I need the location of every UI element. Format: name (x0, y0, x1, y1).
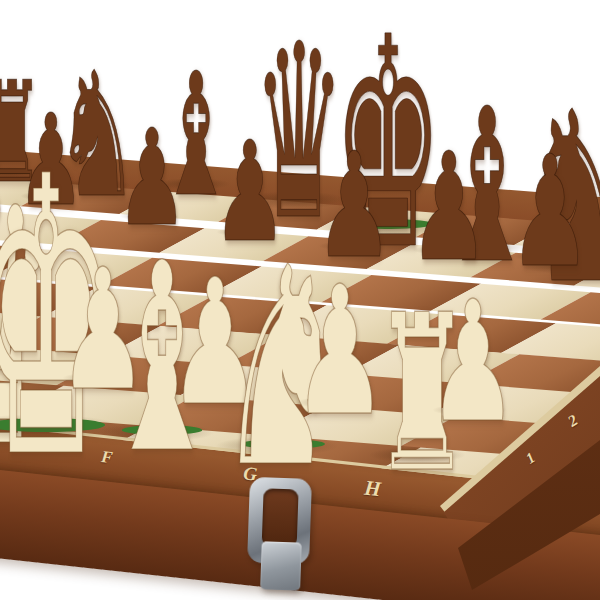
piece-dark-pawn-f7[interactable]: ♟ (409, 133, 489, 282)
piece-white-pawn-h2[interactable]: ♟ (428, 279, 518, 446)
piece-dark-pawn-g7[interactable]: ♟ (509, 136, 592, 289)
clasp-plate (260, 541, 302, 590)
chess-set-photo: E F G H 1 2 ♜♞♝♛♚♝♞♟♟♟♟♟♟♛♚♟♝♟♞♟♜♟ (0, 0, 600, 600)
